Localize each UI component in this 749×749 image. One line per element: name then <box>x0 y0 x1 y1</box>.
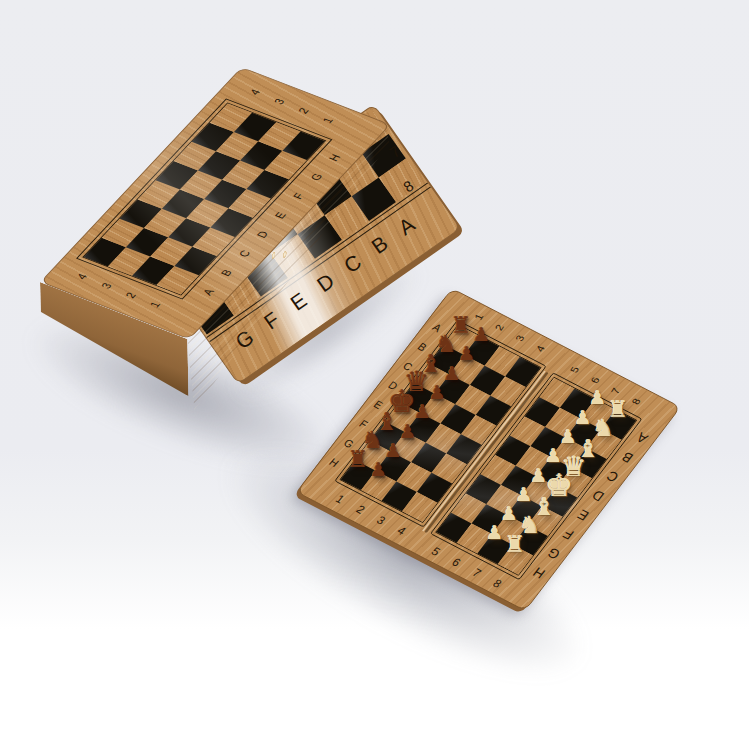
rank-label: 4 <box>395 524 409 538</box>
rank-label: 3 <box>513 334 527 343</box>
rank-label: 2 <box>354 503 368 517</box>
file-label: F <box>561 525 578 542</box>
rank-label: 3 <box>374 514 388 528</box>
photo-background: GFEDCBA87 ABCDEFGH44332211 1122334455667… <box>0 0 749 749</box>
rank-label: 6 <box>449 556 463 570</box>
rank-label: 7 <box>470 566 484 580</box>
rank-label: 8 <box>490 577 504 591</box>
chess-piece-light-rook: ♜ <box>495 524 535 564</box>
chess-piece-dark-pawn: ♟ <box>359 450 399 490</box>
file-label: A <box>634 429 652 446</box>
rank-label: 5 <box>429 545 443 559</box>
file-label: C <box>604 467 622 484</box>
rank-label: 4 <box>533 344 547 353</box>
file-label: D <box>589 487 607 504</box>
rank-label: 1 <box>333 492 347 506</box>
file-label: H <box>530 564 548 581</box>
file-label: B <box>619 448 637 465</box>
rank-label: 5 <box>568 365 582 374</box>
hinge-pin-icon <box>283 250 287 260</box>
file-label: E <box>575 506 593 523</box>
hinge-pin-icon <box>272 251 276 261</box>
file-label: G <box>545 544 564 562</box>
